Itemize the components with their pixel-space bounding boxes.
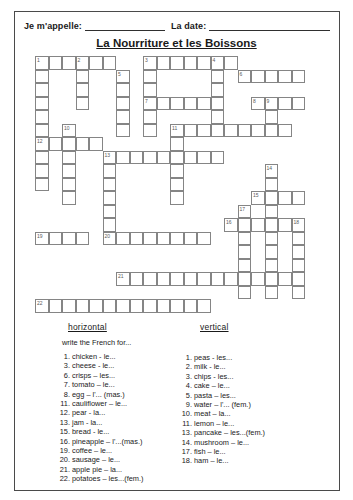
clue-number-label: 18 (294, 219, 300, 225)
crossword-cell[interactable] (211, 272, 225, 286)
crossword-cell[interactable] (224, 56, 238, 70)
crossword-cell[interactable]: 18 (292, 218, 306, 232)
crossword-cell[interactable]: 21 (116, 272, 130, 286)
crossword-cell[interactable] (62, 164, 76, 178)
crossword-cell[interactable] (116, 110, 130, 124)
crossword-cell[interactable] (251, 218, 265, 232)
crossword-cell[interactable] (224, 272, 238, 286)
clue-number-label: 16 (226, 219, 232, 225)
down-clue: 9.water – l'... (fem.) (178, 400, 304, 409)
clue-number-label: 8 (253, 98, 256, 104)
crossword-cell[interactable] (143, 151, 157, 165)
clue-number-label: 9 (267, 98, 270, 104)
down-heading: vertical (200, 322, 304, 332)
crossword-cell[interactable] (103, 56, 117, 70)
crossword-cell[interactable] (143, 110, 157, 124)
clue-number-label: 12 (37, 138, 43, 144)
crossword-cell[interactable] (76, 97, 90, 111)
crossword-cell[interactable]: 1 (35, 56, 49, 70)
across-clue: 22.potatoes – les...(fem.) (56, 474, 182, 483)
crossword-cell[interactable] (292, 97, 306, 111)
crossword-cell[interactable]: 15 (251, 191, 265, 205)
crossword-cell[interactable] (265, 70, 279, 84)
across-clue: 21.apple pie – la... (56, 465, 182, 474)
crossword-cell[interactable]: 13 (103, 151, 117, 165)
crossword-cell[interactable] (211, 124, 225, 138)
crossword-cell[interactable] (130, 151, 144, 165)
crossword-cell[interactable] (143, 83, 157, 97)
crossword-cell[interactable] (265, 191, 279, 205)
crossword-cell[interactable] (184, 299, 198, 313)
crossword-cell[interactable] (265, 245, 279, 259)
crossword-cell[interactable] (265, 272, 279, 286)
crossword-cell[interactable] (35, 124, 49, 138)
crossword-cell[interactable] (197, 151, 211, 165)
crossword-cell[interactable] (197, 56, 211, 70)
crossword-cell[interactable]: 9 (265, 97, 279, 111)
down-clue-list: 1.peas - les...2.milk - le...3.chips - l… (178, 353, 304, 466)
crossword-cell[interactable] (197, 299, 211, 313)
crossword-cell[interactable] (35, 151, 49, 165)
name-fill-line[interactable] (85, 20, 165, 31)
down-clue: 17.fish – le... (178, 447, 304, 456)
across-clue: 12.pear - la... (56, 408, 182, 417)
crossword-cell[interactable] (103, 191, 117, 205)
crossword-cell[interactable] (292, 70, 306, 84)
across-clue: 8.egg – l'... (mas.) (56, 390, 182, 399)
crossword-cell[interactable] (103, 164, 117, 178)
crossword-cell[interactable] (238, 245, 252, 259)
crossword-cell[interactable] (116, 124, 130, 138)
crossword-cell[interactable]: 6 (238, 70, 252, 84)
crossword-cell[interactable] (157, 299, 171, 313)
worksheet-page: { "game": "crossword (French food & drin… (0, 0, 353, 500)
down-clue: 5.pasta – les... (178, 391, 304, 400)
crossword-cell[interactable]: 8 (251, 97, 265, 111)
crossword-cell[interactable] (278, 272, 292, 286)
crossword-cell[interactable] (292, 259, 306, 273)
down-clue: 4.cake – le... (178, 381, 304, 390)
crossword-cell[interactable] (251, 70, 265, 84)
crossword-cell[interactable] (76, 83, 90, 97)
crossword-cell[interactable] (197, 272, 211, 286)
crossword-cell[interactable] (62, 299, 76, 313)
crossword-cell[interactable] (265, 286, 279, 300)
crossword-cell[interactable] (116, 83, 130, 97)
crossword-cell[interactable] (62, 178, 76, 192)
crossword-cell[interactable] (35, 83, 49, 97)
crossword-cell[interactable] (292, 272, 306, 286)
crossword-cell[interactable] (170, 97, 184, 111)
crossword-cell[interactable] (278, 97, 292, 111)
crossword-cell[interactable] (184, 151, 198, 165)
crossword-cell[interactable] (170, 272, 184, 286)
crossword-cell[interactable] (103, 299, 117, 313)
crossword-cell[interactable] (76, 137, 90, 151)
crossword-cell[interactable] (292, 286, 306, 300)
clue-number-label: 11 (172, 125, 177, 131)
crossword-cell[interactable] (35, 97, 49, 111)
crossword-cell[interactable] (89, 137, 103, 151)
crossword-cell[interactable] (116, 97, 130, 111)
crossword-cell[interactable] (211, 83, 225, 97)
crossword-cell[interactable] (170, 191, 184, 205)
crossword-cell[interactable] (238, 286, 252, 300)
crossword-cell[interactable] (116, 232, 130, 246)
crossword-cell[interactable] (49, 299, 63, 313)
crossword-cell[interactable] (197, 124, 211, 138)
clue-number-label: 6 (240, 71, 243, 77)
crossword-cell[interactable] (211, 151, 225, 165)
crossword-cell[interactable] (157, 232, 171, 246)
clue-number-label: 22 (37, 300, 43, 306)
crossword-cell[interactable] (130, 232, 144, 246)
across-clue: 13.jam - la... (56, 418, 182, 427)
across-clue: 1.chicken - le... (56, 352, 182, 361)
across-clues-column: horizontal write the French for... 1.chi… (56, 322, 182, 484)
date-label: La date: (171, 21, 209, 31)
crossword-cell[interactable] (103, 178, 117, 192)
crossword-cell[interactable]: 11 (170, 124, 184, 138)
crossword-cell[interactable]: 5 (116, 70, 130, 84)
crossword-cell[interactable] (197, 97, 211, 111)
clue-number-label: 4 (213, 57, 216, 63)
crossword-cell[interactable] (62, 137, 76, 151)
crossword-cell[interactable] (116, 151, 130, 165)
crossword-cell[interactable]: 17 (238, 205, 252, 219)
date-fill-line[interactable] (209, 20, 330, 31)
crossword-cell[interactable] (184, 232, 198, 246)
crossword-cell[interactable] (130, 272, 144, 286)
clue-number-label: 21 (118, 273, 124, 279)
crossword-cell[interactable] (157, 151, 171, 165)
clue-number-label: 1 (37, 57, 40, 63)
header-row: Je m'appelle: La date: (24, 20, 330, 31)
crossword-cell[interactable]: 20 (103, 232, 117, 246)
across-clue: 20.sausage – le... (56, 455, 182, 464)
crossword-cell[interactable] (157, 272, 171, 286)
across-subheading: write the French for... (62, 338, 182, 347)
down-clue: 2.milk - le... (178, 362, 304, 371)
clue-number-label: 15 (253, 192, 259, 198)
crossword-cell[interactable] (143, 70, 157, 84)
clue-number-label: 3 (145, 57, 148, 63)
crossword-grid: 12345678910111213141517161819202122 (35, 56, 305, 313)
crossword-cell[interactable] (170, 164, 184, 178)
crossword-cell[interactable] (211, 110, 225, 124)
crossword-cell[interactable] (184, 272, 198, 286)
crossword-cell[interactable] (62, 56, 76, 70)
crossword-cell[interactable]: 4 (211, 56, 225, 70)
clue-number-label: 14 (267, 165, 273, 171)
crossword-cell[interactable] (62, 151, 76, 165)
crossword-cell[interactable] (130, 299, 144, 313)
crossword-cell[interactable] (49, 137, 63, 151)
crossword-cell[interactable] (265, 205, 279, 219)
crossword-cell[interactable] (76, 70, 90, 84)
clue-number-label: 13 (105, 152, 111, 158)
down-clue: 1.peas - les... (178, 353, 304, 362)
crossword-cell[interactable] (170, 299, 184, 313)
down-clue: 10.meat – la... (178, 409, 304, 418)
across-heading: horizontal (68, 322, 182, 332)
crossword-cell[interactable] (197, 232, 211, 246)
crossword-cell[interactable] (211, 97, 225, 111)
clue-number-label: 10 (64, 125, 70, 131)
crossword-cell[interactable] (238, 232, 252, 246)
crossword-cell[interactable] (170, 56, 184, 70)
across-clue: 7.tomato – le... (56, 380, 182, 389)
crossword-cell[interactable] (143, 272, 157, 286)
crossword-cell[interactable] (265, 232, 279, 246)
crossword-cell[interactable] (265, 124, 279, 138)
down-clues-column: vertical 1.peas - les...2.milk - le...3.… (178, 322, 304, 466)
crossword-cell[interactable] (35, 164, 49, 178)
crossword-cell[interactable] (238, 124, 252, 138)
crossword-cell[interactable] (35, 110, 49, 124)
crossword-cell[interactable] (224, 124, 238, 138)
crossword-cell[interactable] (62, 191, 76, 205)
crossword-cell[interactable] (265, 259, 279, 273)
crossword-cell[interactable] (265, 110, 279, 124)
crossword-cell[interactable] (157, 97, 171, 111)
down-clue: 13.pancake – les...(fem.) (178, 428, 304, 437)
crossword-cell[interactable] (35, 178, 49, 192)
crossword-cell[interactable] (184, 56, 198, 70)
crossword-cell[interactable] (143, 232, 157, 246)
crossword-cell[interactable]: 16 (224, 218, 238, 232)
crossword-cell[interactable] (265, 218, 279, 232)
crossword-cell[interactable] (278, 124, 292, 138)
crossword-cell[interactable] (143, 124, 157, 138)
clue-number-label: 17 (240, 206, 246, 212)
crossword-cell[interactable] (184, 97, 198, 111)
crossword-cell[interactable] (89, 299, 103, 313)
crossword-cell[interactable] (76, 232, 90, 246)
crossword-cell[interactable] (238, 272, 252, 286)
down-clue: 11.lemon – le... (178, 419, 304, 428)
clue-number-label: 7 (145, 98, 148, 104)
name-label: Je m'appelle: (24, 21, 85, 31)
crossword-cell[interactable] (35, 70, 49, 84)
down-clue: 3.chips - les... (178, 372, 304, 381)
crossword-cell[interactable] (116, 299, 130, 313)
crossword-cell[interactable]: 22 (35, 299, 49, 313)
clue-number-label: 2 (78, 57, 81, 63)
across-clue: 6.crisps – les... (56, 371, 182, 380)
crossword-cell[interactable] (278, 218, 292, 232)
across-clue: 19.coffee – le... (56, 446, 182, 455)
crossword-cell[interactable] (292, 245, 306, 259)
across-clue: 16.pineapple – l'...(mas.) (56, 437, 182, 446)
crossword-cell[interactable] (278, 191, 292, 205)
crossword-cell[interactable] (49, 232, 63, 246)
crossword-cell[interactable]: 19 (35, 232, 49, 246)
crossword-cell[interactable] (292, 191, 306, 205)
crossword-cell[interactable]: 10 (62, 124, 76, 138)
across-clue: 11.cauliflower – le... (56, 399, 182, 408)
crossword-cell[interactable] (62, 232, 76, 246)
crossword-cell[interactable] (170, 232, 184, 246)
crossword-cell[interactable]: 2 (76, 56, 90, 70)
crossword-cell[interactable] (89, 56, 103, 70)
crossword-cell[interactable] (238, 218, 252, 232)
crossword-cell[interactable] (170, 151, 184, 165)
crossword-cell[interactable] (76, 299, 90, 313)
crossword-cell[interactable]: 12 (35, 137, 49, 151)
crossword-cell[interactable]: 7 (143, 97, 157, 111)
crossword-cell[interactable] (103, 218, 117, 232)
crossword-cell[interactable] (103, 205, 117, 219)
crossword-cell[interactable] (170, 137, 184, 151)
crossword-cell[interactable] (211, 70, 225, 84)
clue-number-label: 5 (118, 71, 121, 77)
clue-number-label: 20 (105, 233, 111, 239)
crossword-cell[interactable] (278, 70, 292, 84)
crossword-cell[interactable] (251, 272, 265, 286)
down-clue: 14.mushroom – le... (178, 438, 304, 447)
crossword-cell[interactable]: 14 (265, 164, 279, 178)
crossword-cell[interactable] (292, 232, 306, 246)
clue-number-label: 19 (37, 233, 43, 239)
crossword-cell[interactable] (251, 124, 265, 138)
down-clue: 18.ham – le... (178, 456, 304, 465)
across-clue: 15.bread - le... (56, 427, 182, 436)
across-clue-list: 1.chicken - le...3.cheese - le...6.crisp… (56, 352, 182, 484)
across-clue: 3.cheese - le... (56, 361, 182, 370)
crossword-cell[interactable]: 3 (143, 56, 157, 70)
crossword-cell[interactable] (238, 259, 252, 273)
crossword-cell[interactable] (157, 56, 171, 70)
crossword-cell[interactable] (143, 299, 157, 313)
page-title: La Nourriture et les Boissons (0, 37, 353, 49)
crossword-cell[interactable] (49, 56, 63, 70)
crossword-cell[interactable] (170, 178, 184, 192)
crossword-cell[interactable] (184, 124, 198, 138)
crossword-cell[interactable] (265, 178, 279, 192)
